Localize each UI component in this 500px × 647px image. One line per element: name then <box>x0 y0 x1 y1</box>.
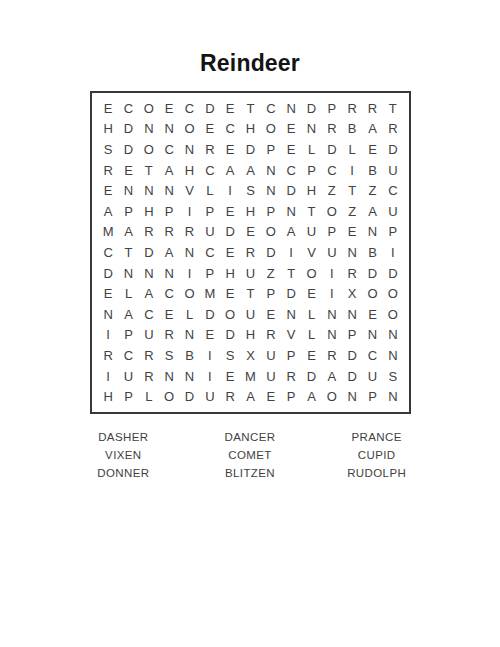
grid-cell-r12c5: N <box>179 325 199 346</box>
grid-cell-r8c8: R <box>240 242 260 263</box>
grid-cell-r9c15: D <box>383 263 403 284</box>
grid-cell-r13c2: C <box>118 345 138 366</box>
grid-cell-r1c15: T <box>383 98 403 119</box>
grid-cell-r4c4: A <box>159 160 179 181</box>
grid-cell-r13c8: X <box>240 345 260 366</box>
grid-cell-r7c12: P <box>322 222 342 243</box>
grid-cell-r11c8: U <box>240 304 260 325</box>
grid-cell-r9c5: I <box>179 263 199 284</box>
puzzle-page: Reindeer ECOECDETCNDPRRTHDNNOECHOENRBARS… <box>0 0 500 647</box>
grid-cell-r6c7: E <box>220 201 240 222</box>
grid-cell-r9c14: D <box>362 263 382 284</box>
grid-cell-r9c11: O <box>301 263 321 284</box>
grid-cell-r2c14: A <box>362 119 382 140</box>
grid-cell-r15c11: A <box>301 386 321 407</box>
grid-cell-r11c2: A <box>118 304 138 325</box>
grid-cell-r6c1: A <box>98 201 118 222</box>
grid-cell-r15c13: N <box>342 386 362 407</box>
grid-cell-r14c15: S <box>383 366 403 387</box>
grid-cell-r5c13: T <box>342 180 362 201</box>
grid-cell-r2c4: N <box>159 119 179 140</box>
grid-cell-r9c2: N <box>118 263 138 284</box>
grid-cell-r9c8: U <box>240 263 260 284</box>
grid-cell-r3c7: E <box>220 139 240 160</box>
grid-cell-r6c11: T <box>301 201 321 222</box>
grid-cell-r13c9: U <box>261 345 281 366</box>
grid-cell-r12c1: I <box>98 325 118 346</box>
grid-cell-r14c8: M <box>240 366 260 387</box>
grid-cell-r5c7: I <box>220 180 240 201</box>
grid-cell-r7c1: M <box>98 222 118 243</box>
grid-cell-r15c3: L <box>139 386 159 407</box>
grid-cell-r5c11: H <box>301 180 321 201</box>
grid-cell-r12c3: U <box>139 325 159 346</box>
grid-cell-r1c6: D <box>200 98 220 119</box>
grid-cell-r15c5: D <box>179 386 199 407</box>
word-item: DANCER <box>225 428 276 446</box>
grid-cell-r1c11: D <box>301 98 321 119</box>
grid-cell-r14c12: A <box>322 366 342 387</box>
grid-cell-r1c8: T <box>240 98 260 119</box>
grid-cell-r4c1: R <box>98 160 118 181</box>
grid-cell-r3c15: D <box>383 139 403 160</box>
grid-cell-r12c8: H <box>240 325 260 346</box>
grid-cell-r1c10: N <box>281 98 301 119</box>
grid-cell-r13c13: D <box>342 345 362 366</box>
grid-cell-r13c6: I <box>200 345 220 366</box>
grid-cell-r2c7: C <box>220 119 240 140</box>
grid-cell-r4c8: A <box>240 160 260 181</box>
grid-cell-r15c10: P <box>281 386 301 407</box>
grid-cell-r6c5: I <box>179 201 199 222</box>
grid-cell-r6c3: H <box>139 201 159 222</box>
grid-cell-r7c4: R <box>159 222 179 243</box>
grid-cell-r11c5: L <box>179 304 199 325</box>
grid-cell-r5c1: E <box>98 180 118 201</box>
grid-cell-r5c9: N <box>261 180 281 201</box>
grid-cell-r13c7: S <box>220 345 240 366</box>
grid-cell-r6c6: P <box>200 201 220 222</box>
grid-cell-r14c14: U <box>362 366 382 387</box>
grid-cell-r3c6: R <box>200 139 220 160</box>
grid-cell-r15c9: E <box>261 386 281 407</box>
grid-cell-r11c11: L <box>301 304 321 325</box>
grid-cell-r10c4: C <box>159 283 179 304</box>
grid-cell-r9c10: T <box>281 263 301 284</box>
grid-cell-r14c13: D <box>342 366 362 387</box>
grid-cell-r10c9: P <box>261 283 281 304</box>
grid-cell-r8c13: N <box>342 242 362 263</box>
grid-cell-r8c2: T <box>118 242 138 263</box>
grid-cell-r15c8: A <box>240 386 260 407</box>
grid-cell-r11c14: E <box>362 304 382 325</box>
grid-cell-r1c5: C <box>179 98 199 119</box>
grid-cell-r4c12: C <box>322 160 342 181</box>
grid-cell-r14c3: R <box>139 366 159 387</box>
word-item: DONNER <box>97 464 149 482</box>
grid-cell-r14c10: R <box>281 366 301 387</box>
grid-cell-r7c15: P <box>383 222 403 243</box>
grid-cell-r11c7: O <box>220 304 240 325</box>
word-list-column-3: PRANCECUPIDRUDOLPH <box>313 428 440 482</box>
grid-cell-r3c2: D <box>118 139 138 160</box>
grid-cell-r13c4: S <box>159 345 179 366</box>
grid-cell-r7c2: A <box>118 222 138 243</box>
grid-cell-r12c10: V <box>281 325 301 346</box>
grid-cell-r14c6: I <box>200 366 220 387</box>
word-item: PRANCE <box>351 428 401 446</box>
grid-cell-r12c11: L <box>301 325 321 346</box>
grid-cell-r12c14: N <box>362 325 382 346</box>
grid-cell-r3c5: N <box>179 139 199 160</box>
grid-cell-r6c13: Z <box>342 201 362 222</box>
grid-cell-r15c7: R <box>220 386 240 407</box>
grid-cell-r8c4: A <box>159 242 179 263</box>
grid-cell-r15c4: O <box>159 386 179 407</box>
grid-cell-r15c1: H <box>98 386 118 407</box>
grid-cell-r4c13: I <box>342 160 362 181</box>
grid-cell-r5c3: N <box>139 180 159 201</box>
grid-cell-r12c6: E <box>200 325 220 346</box>
grid-cell-r2c8: H <box>240 119 260 140</box>
word-list-column-2: DANCERCOMETBLITZEN <box>187 428 314 482</box>
grid-cell-r3c10: E <box>281 139 301 160</box>
grid-cell-r9c7: H <box>220 263 240 284</box>
grid-cell-r15c2: P <box>118 386 138 407</box>
grid-cell-r8c15: I <box>383 242 403 263</box>
grid-cell-r14c9: U <box>261 366 281 387</box>
grid-cell-r13c15: N <box>383 345 403 366</box>
grid-cell-r10c2: L <box>118 283 138 304</box>
grid-cell-r5c2: N <box>118 180 138 201</box>
grid-cell-r1c1: E <box>98 98 118 119</box>
grid-cell-r4c15: U <box>383 160 403 181</box>
grid-cell-r10c7: E <box>220 283 240 304</box>
grid-cell-r9c1: D <box>98 263 118 284</box>
grid-cell-r2c15: R <box>383 119 403 140</box>
grid-cell-r6c8: H <box>240 201 260 222</box>
grid-cell-r11c6: D <box>200 304 220 325</box>
grid-cell-r9c12: I <box>322 263 342 284</box>
grid-cell-r4c6: C <box>200 160 220 181</box>
grid-cell-r10c11: E <box>301 283 321 304</box>
grid-cell-r4c5: H <box>179 160 199 181</box>
grid-cell-r2c9: O <box>261 119 281 140</box>
grid-cell-r1c14: R <box>362 98 382 119</box>
grid-cell-r3c3: O <box>139 139 159 160</box>
grid-cell-r11c12: N <box>322 304 342 325</box>
grid-cell-r4c3: T <box>139 160 159 181</box>
grid-cell-r6c9: P <box>261 201 281 222</box>
word-item: VIXEN <box>105 446 142 464</box>
grid-cell-r6c10: N <box>281 201 301 222</box>
grid-cell-r10c3: A <box>139 283 159 304</box>
grid-cell-r8c3: D <box>139 242 159 263</box>
word-list: DASHERVIXENDONNERDANCERCOMETBLITZENPRANC… <box>60 428 440 482</box>
grid-cell-r8c14: B <box>362 242 382 263</box>
grid-cell-r3c13: L <box>342 139 362 160</box>
grid-cell-r11c9: E <box>261 304 281 325</box>
grid-cell-r11c1: N <box>98 304 118 325</box>
word-search-grid: ECOECDETCNDPRRTHDNNOECHOENRBARSDOCNREDPE… <box>90 91 411 414</box>
grid-cell-r8c5: N <box>179 242 199 263</box>
grid-cell-r14c5: N <box>179 366 199 387</box>
grid-cell-r1c13: R <box>342 98 362 119</box>
grid-cell-r4c11: P <box>301 160 321 181</box>
grid-cell-r13c11: E <box>301 345 321 366</box>
grid-cell-r9c9: Z <box>261 263 281 284</box>
grid-cell-r5c5: V <box>179 180 199 201</box>
grid-cell-r2c5: O <box>179 119 199 140</box>
grid-cell-r5c10: D <box>281 180 301 201</box>
grid-cell-r12c15: N <box>383 325 403 346</box>
grid-cell-r7c5: R <box>179 222 199 243</box>
grid-cell-r1c7: E <box>220 98 240 119</box>
grid-cell-r15c15: N <box>383 386 403 407</box>
grid-cell-r11c13: N <box>342 304 362 325</box>
grid-cell-r3c11: L <box>301 139 321 160</box>
word-item: COMET <box>228 446 272 464</box>
grid-cell-r8c7: E <box>220 242 240 263</box>
grid-cell-r3c1: S <box>98 139 118 160</box>
grid-cell-r9c3: N <box>139 263 159 284</box>
grid-cell-r8c12: U <box>322 242 342 263</box>
grid-cell-r12c7: D <box>220 325 240 346</box>
grid-cell-r2c6: E <box>200 119 220 140</box>
word-item: RUDOLPH <box>347 464 406 482</box>
grid-cell-r15c6: U <box>200 386 220 407</box>
grid-cell-r10c15: O <box>383 283 403 304</box>
grid-cell-r3c4: C <box>159 139 179 160</box>
grid-cell-r1c4: E <box>159 98 179 119</box>
grid-cell-r2c10: E <box>281 119 301 140</box>
grid-cell-r3c9: P <box>261 139 281 160</box>
grid-cell-r13c3: R <box>139 345 159 366</box>
grid-cell-r11c3: C <box>139 304 159 325</box>
grid-cell-r3c8: D <box>240 139 260 160</box>
grid-cell-r10c13: X <box>342 283 362 304</box>
grid-cell-r4c14: B <box>362 160 382 181</box>
grid-cell-r8c9: D <box>261 242 281 263</box>
grid-cell-r4c2: E <box>118 160 138 181</box>
grid-cell-r10c10: D <box>281 283 301 304</box>
grid-cell-r1c2: C <box>118 98 138 119</box>
grid-cell-r5c8: S <box>240 180 260 201</box>
grid-cell-r10c8: T <box>240 283 260 304</box>
grid-cell-r5c12: Z <box>322 180 342 201</box>
grid-cell-r4c10: C <box>281 160 301 181</box>
grid-cell-r14c2: U <box>118 366 138 387</box>
grid-cell-r12c4: R <box>159 325 179 346</box>
grid-cell-r4c7: A <box>220 160 240 181</box>
grid-cell-r7c13: E <box>342 222 362 243</box>
grid-cell-r2c13: B <box>342 119 362 140</box>
grid-cell-r7c9: O <box>261 222 281 243</box>
grid-cell-r14c11: D <box>301 366 321 387</box>
grid-cell-r15c12: O <box>322 386 342 407</box>
grid-cell-r9c13: R <box>342 263 362 284</box>
grid-cell-r14c7: E <box>220 366 240 387</box>
grid-cell-r5c6: L <box>200 180 220 201</box>
grid-cell-r6c15: U <box>383 201 403 222</box>
grid-cell-r10c12: I <box>322 283 342 304</box>
grid-cell-r8c10: I <box>281 242 301 263</box>
grid-cell-r14c1: I <box>98 366 118 387</box>
grid-cell-r11c4: E <box>159 304 179 325</box>
grid-cell-r3c14: E <box>362 139 382 160</box>
grid-cell-r7c11: U <box>301 222 321 243</box>
word-item: BLITZEN <box>225 464 275 482</box>
grid-cell-r7c8: E <box>240 222 260 243</box>
grid-cell-r2c2: D <box>118 119 138 140</box>
grid-cell-r12c12: N <box>322 325 342 346</box>
grid-cell-r8c6: C <box>200 242 220 263</box>
grid-cell-r2c12: R <box>322 119 342 140</box>
grid-cell-r5c4: N <box>159 180 179 201</box>
grid-cell-r15c14: P <box>362 386 382 407</box>
grid-cell-r12c13: P <box>342 325 362 346</box>
grid-cell-r13c1: R <box>98 345 118 366</box>
grid-cell-r2c1: H <box>98 119 118 140</box>
grid-cell-r10c1: E <box>98 283 118 304</box>
grid-cell-r9c6: P <box>200 263 220 284</box>
word-item: DASHER <box>98 428 148 446</box>
grid-cell-r8c1: C <box>98 242 118 263</box>
grid-cell-r12c2: P <box>118 325 138 346</box>
grid-cell-r8c11: V <box>301 242 321 263</box>
grid-cell-r7c14: N <box>362 222 382 243</box>
grid-cell-r14c4: N <box>159 366 179 387</box>
grid-cell-r4c9: N <box>261 160 281 181</box>
grid-cell-r7c3: R <box>139 222 159 243</box>
grid-cell-r1c3: O <box>139 98 159 119</box>
grid-cell-r3c12: D <box>322 139 342 160</box>
grid-cell-r13c5: B <box>179 345 199 366</box>
grid-cell-r12c9: R <box>261 325 281 346</box>
grid-cell-r7c6: U <box>200 222 220 243</box>
grid-cell-r6c14: A <box>362 201 382 222</box>
grid-cell-r10c5: O <box>179 283 199 304</box>
grid-cell-r13c12: R <box>322 345 342 366</box>
word-list-column-1: DASHERVIXENDONNER <box>60 428 187 482</box>
grid-cell-r6c4: P <box>159 201 179 222</box>
grid-cell-r1c9: C <box>261 98 281 119</box>
grid-cell-r11c10: N <box>281 304 301 325</box>
grid-cell-r5c14: Z <box>362 180 382 201</box>
grid-cell-r2c3: N <box>139 119 159 140</box>
grid-cell-r5c15: C <box>383 180 403 201</box>
grid-cell-r1c12: P <box>322 98 342 119</box>
grid-cell-r10c6: M <box>200 283 220 304</box>
grid-cell-r6c12: O <box>322 201 342 222</box>
grid-cell-r13c14: C <box>362 345 382 366</box>
grid-cell-r13c10: P <box>281 345 301 366</box>
grid-cell-r10c14: O <box>362 283 382 304</box>
grid-cell-r2c11: N <box>301 119 321 140</box>
word-item: CUPID <box>358 446 396 464</box>
grid-cell-r11c15: O <box>383 304 403 325</box>
grid-cell-r7c7: D <box>220 222 240 243</box>
puzzle-title: Reindeer <box>0 50 500 77</box>
grid-cell-r6c2: P <box>118 201 138 222</box>
grid-cell-r7c10: A <box>281 222 301 243</box>
grid-cell-r9c4: N <box>159 263 179 284</box>
